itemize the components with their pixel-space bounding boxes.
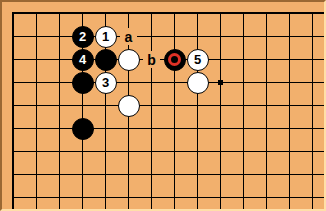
intersection (2, 140, 25, 163)
intersection (2, 186, 25, 209)
intersection (209, 140, 232, 163)
black-stone (72, 72, 94, 94)
intersection: a (117, 25, 140, 48)
intersection (232, 163, 255, 186)
intersection: 5 (186, 48, 209, 71)
point-label-b: b (143, 51, 160, 68)
intersection (186, 117, 209, 140)
intersection (163, 163, 186, 186)
intersection (48, 140, 71, 163)
intersection (232, 48, 255, 71)
intersection (163, 186, 186, 209)
point-label-a: a (120, 28, 137, 45)
intersection (71, 163, 94, 186)
intersection (301, 163, 324, 186)
intersection (2, 2, 25, 25)
intersection (2, 48, 25, 71)
intersection (209, 163, 232, 186)
intersection (117, 71, 140, 94)
intersection (232, 140, 255, 163)
intersection (117, 163, 140, 186)
intersection (255, 186, 278, 209)
intersection (2, 163, 25, 186)
intersection (163, 117, 186, 140)
intersection (140, 71, 163, 94)
intersection (278, 117, 301, 140)
intersection (71, 94, 94, 117)
circle-marker-icon (168, 53, 181, 66)
intersection (232, 186, 255, 209)
intersection (255, 71, 278, 94)
intersection (2, 71, 25, 94)
move-3-white-stone: 3 (95, 72, 117, 94)
intersection (186, 2, 209, 25)
intersection (163, 140, 186, 163)
intersection (163, 2, 186, 25)
intersection (232, 117, 255, 140)
intersection (140, 117, 163, 140)
intersection (278, 163, 301, 186)
intersection (209, 117, 232, 140)
intersection (25, 117, 48, 140)
intersection (278, 140, 301, 163)
black-stone (95, 49, 117, 71)
intersection (94, 48, 117, 71)
move-5-white-stone: 5 (187, 49, 209, 71)
intersection (117, 140, 140, 163)
intersection (278, 25, 301, 48)
intersection (232, 25, 255, 48)
intersection (301, 71, 324, 94)
intersection (71, 71, 94, 94)
intersection (48, 25, 71, 48)
intersection (140, 2, 163, 25)
intersection (255, 140, 278, 163)
intersection (2, 94, 25, 117)
intersection (48, 117, 71, 140)
intersection (209, 71, 232, 94)
intersection (25, 140, 48, 163)
intersection (255, 117, 278, 140)
intersection (255, 163, 278, 186)
intersection: 3 (94, 71, 117, 94)
intersection (71, 140, 94, 163)
white-stone (118, 49, 140, 71)
intersection (48, 71, 71, 94)
intersection (140, 140, 163, 163)
intersection (255, 48, 278, 71)
intersection: b (140, 48, 163, 71)
intersection (25, 25, 48, 48)
intersection (163, 48, 186, 71)
intersection (186, 163, 209, 186)
white-stone (118, 95, 140, 117)
intersection (48, 2, 71, 25)
intersection (278, 48, 301, 71)
intersection (163, 25, 186, 48)
intersection (25, 163, 48, 186)
intersection (94, 117, 117, 140)
intersection (117, 94, 140, 117)
intersection (117, 48, 140, 71)
intersection (25, 2, 48, 25)
intersection (140, 186, 163, 209)
intersection (186, 25, 209, 48)
intersection (301, 140, 324, 163)
intersection (94, 140, 117, 163)
intersection (71, 186, 94, 209)
intersection: 2 (71, 25, 94, 48)
intersection (232, 71, 255, 94)
intersection (232, 94, 255, 117)
intersection (232, 2, 255, 25)
intersection (94, 186, 117, 209)
intersection (301, 2, 324, 25)
white-stone (187, 72, 209, 94)
intersection (255, 25, 278, 48)
intersection (278, 2, 301, 25)
intersection: 4 (71, 48, 94, 71)
intersection (209, 2, 232, 25)
intersection (301, 25, 324, 48)
intersection (209, 186, 232, 209)
intersection (186, 71, 209, 94)
intersection (186, 94, 209, 117)
intersection (71, 2, 94, 25)
intersection (48, 48, 71, 71)
intersection (209, 25, 232, 48)
intersection (117, 2, 140, 25)
intersection (25, 71, 48, 94)
intersection (2, 117, 25, 140)
intersection (48, 186, 71, 209)
intersection (2, 25, 25, 48)
intersection (255, 2, 278, 25)
move-4-black-stone: 4 (72, 49, 94, 71)
intersection (301, 94, 324, 117)
intersection (301, 48, 324, 71)
intersection (186, 140, 209, 163)
intersection (209, 94, 232, 117)
intersection (25, 48, 48, 71)
intersection (94, 2, 117, 25)
intersection (94, 94, 117, 117)
intersection (278, 94, 301, 117)
intersection (25, 94, 48, 117)
intersection (48, 94, 71, 117)
black-stone (164, 49, 186, 71)
go-board-grid: 21a4b53 (2, 2, 324, 209)
intersection (140, 163, 163, 186)
intersection (301, 186, 324, 209)
intersection (71, 117, 94, 140)
intersection (278, 186, 301, 209)
move-2-black-stone: 2 (72, 26, 94, 48)
move-1-white-stone: 1 (95, 26, 117, 48)
intersection (163, 94, 186, 117)
intersection (25, 186, 48, 209)
intersection (48, 163, 71, 186)
intersection (186, 186, 209, 209)
intersection (117, 117, 140, 140)
intersection (163, 71, 186, 94)
black-stone (72, 118, 94, 140)
intersection (94, 163, 117, 186)
intersection (140, 94, 163, 117)
intersection (301, 117, 324, 140)
intersection (278, 71, 301, 94)
go-diagram: 21a4b53 (0, 0, 326, 211)
star-point-marker (218, 80, 223, 85)
intersection (255, 94, 278, 117)
intersection (140, 25, 163, 48)
intersection: 1 (94, 25, 117, 48)
intersection (117, 186, 140, 209)
intersection (209, 48, 232, 71)
